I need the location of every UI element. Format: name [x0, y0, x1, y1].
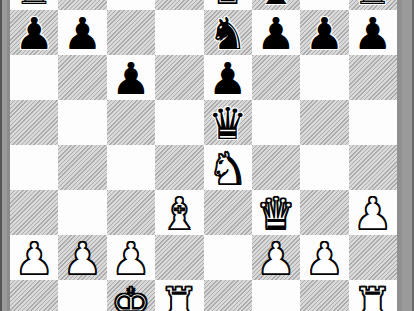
square-e3[interactable]: [204, 190, 252, 235]
square-d5[interactable]: [155, 100, 203, 145]
white-pawn[interactable]: ♟: [353, 192, 392, 236]
square-h4[interactable]: [349, 145, 397, 190]
chess-board: ♜♚♝♜♟♟♞♟♟♟♟♟♛♞♝♛♟♟♟♟♟♟♚♜♜: [10, 0, 397, 311]
board-border-left: [0, 0, 10, 311]
black-knight[interactable]: ♞: [208, 12, 247, 56]
square-e2[interactable]: [204, 235, 252, 280]
square-h6[interactable]: [349, 55, 397, 100]
square-a7[interactable]: ♟: [10, 10, 58, 55]
white-bishop[interactable]: ♝: [160, 192, 199, 236]
square-c4[interactable]: [107, 145, 155, 190]
square-d1[interactable]: ♜: [155, 280, 203, 311]
square-b6[interactable]: [58, 55, 106, 100]
black-pawn[interactable]: ♟: [305, 12, 344, 56]
board-border-right: [397, 0, 414, 311]
square-a4[interactable]: [10, 145, 58, 190]
square-c1[interactable]: ♚: [107, 280, 155, 311]
chess-diagram: ♜♚♝♜♟♟♞♟♟♟♟♟♛♞♝♛♟♟♟♟♟♟♚♜♜: [0, 0, 414, 311]
square-b4[interactable]: [58, 145, 106, 190]
square-f2[interactable]: ♟: [252, 235, 300, 280]
black-pawn[interactable]: ♟: [63, 12, 102, 56]
square-a3[interactable]: [10, 190, 58, 235]
square-e1[interactable]: [204, 280, 252, 311]
square-f5[interactable]: [252, 100, 300, 145]
white-rook[interactable]: ♜: [353, 282, 392, 311]
white-knight[interactable]: ♞: [208, 147, 247, 191]
square-c2[interactable]: ♟: [107, 235, 155, 280]
square-h5[interactable]: [349, 100, 397, 145]
square-f7[interactable]: ♟: [252, 10, 300, 55]
black-pawn[interactable]: ♟: [208, 57, 247, 101]
square-b7[interactable]: ♟: [58, 10, 106, 55]
square-g1[interactable]: [300, 280, 348, 311]
black-pawn[interactable]: ♟: [353, 12, 392, 56]
white-queen[interactable]: ♛: [256, 192, 295, 236]
square-a5[interactable]: [10, 100, 58, 145]
black-queen[interactable]: ♛: [208, 102, 247, 146]
square-f3[interactable]: ♛: [252, 190, 300, 235]
white-pawn[interactable]: ♟: [14, 237, 53, 281]
square-f4[interactable]: [252, 145, 300, 190]
square-h1[interactable]: ♜: [349, 280, 397, 311]
square-f6[interactable]: [252, 55, 300, 100]
black-pawn[interactable]: ♟: [256, 12, 295, 56]
white-king[interactable]: ♚: [111, 282, 150, 311]
white-rook[interactable]: ♜: [160, 282, 199, 311]
black-pawn[interactable]: ♟: [111, 57, 150, 101]
square-f1[interactable]: [252, 280, 300, 311]
square-e6[interactable]: ♟: [204, 55, 252, 100]
square-g3[interactable]: [300, 190, 348, 235]
square-g4[interactable]: [300, 145, 348, 190]
square-g6[interactable]: [300, 55, 348, 100]
square-d8[interactable]: [155, 0, 203, 10]
square-b3[interactable]: [58, 190, 106, 235]
white-pawn[interactable]: ♟: [305, 237, 344, 281]
square-e4[interactable]: ♞: [204, 145, 252, 190]
square-c5[interactable]: [107, 100, 155, 145]
square-b2[interactable]: ♟: [58, 235, 106, 280]
square-a6[interactable]: [10, 55, 58, 100]
square-c6[interactable]: ♟: [107, 55, 155, 100]
square-b5[interactable]: [58, 100, 106, 145]
black-pawn[interactable]: ♟: [14, 12, 53, 56]
square-d4[interactable]: [155, 145, 203, 190]
white-pawn[interactable]: ♟: [63, 237, 102, 281]
square-e5[interactable]: ♛: [204, 100, 252, 145]
square-h2[interactable]: [349, 235, 397, 280]
square-e7[interactable]: ♞: [204, 10, 252, 55]
white-pawn[interactable]: ♟: [256, 237, 295, 281]
square-d7[interactable]: [155, 10, 203, 55]
square-c8[interactable]: [107, 0, 155, 10]
square-h3[interactable]: ♟: [349, 190, 397, 235]
square-g2[interactable]: ♟: [300, 235, 348, 280]
square-g7[interactable]: ♟: [300, 10, 348, 55]
square-g5[interactable]: [300, 100, 348, 145]
square-a1[interactable]: [10, 280, 58, 311]
square-d6[interactable]: [155, 55, 203, 100]
square-a2[interactable]: ♟: [10, 235, 58, 280]
square-h7[interactable]: ♟: [349, 10, 397, 55]
square-c7[interactable]: [107, 10, 155, 55]
square-c3[interactable]: [107, 190, 155, 235]
white-pawn[interactable]: ♟: [111, 237, 150, 281]
square-b1[interactable]: [58, 280, 106, 311]
square-d3[interactable]: ♝: [155, 190, 203, 235]
square-d2[interactable]: [155, 235, 203, 280]
